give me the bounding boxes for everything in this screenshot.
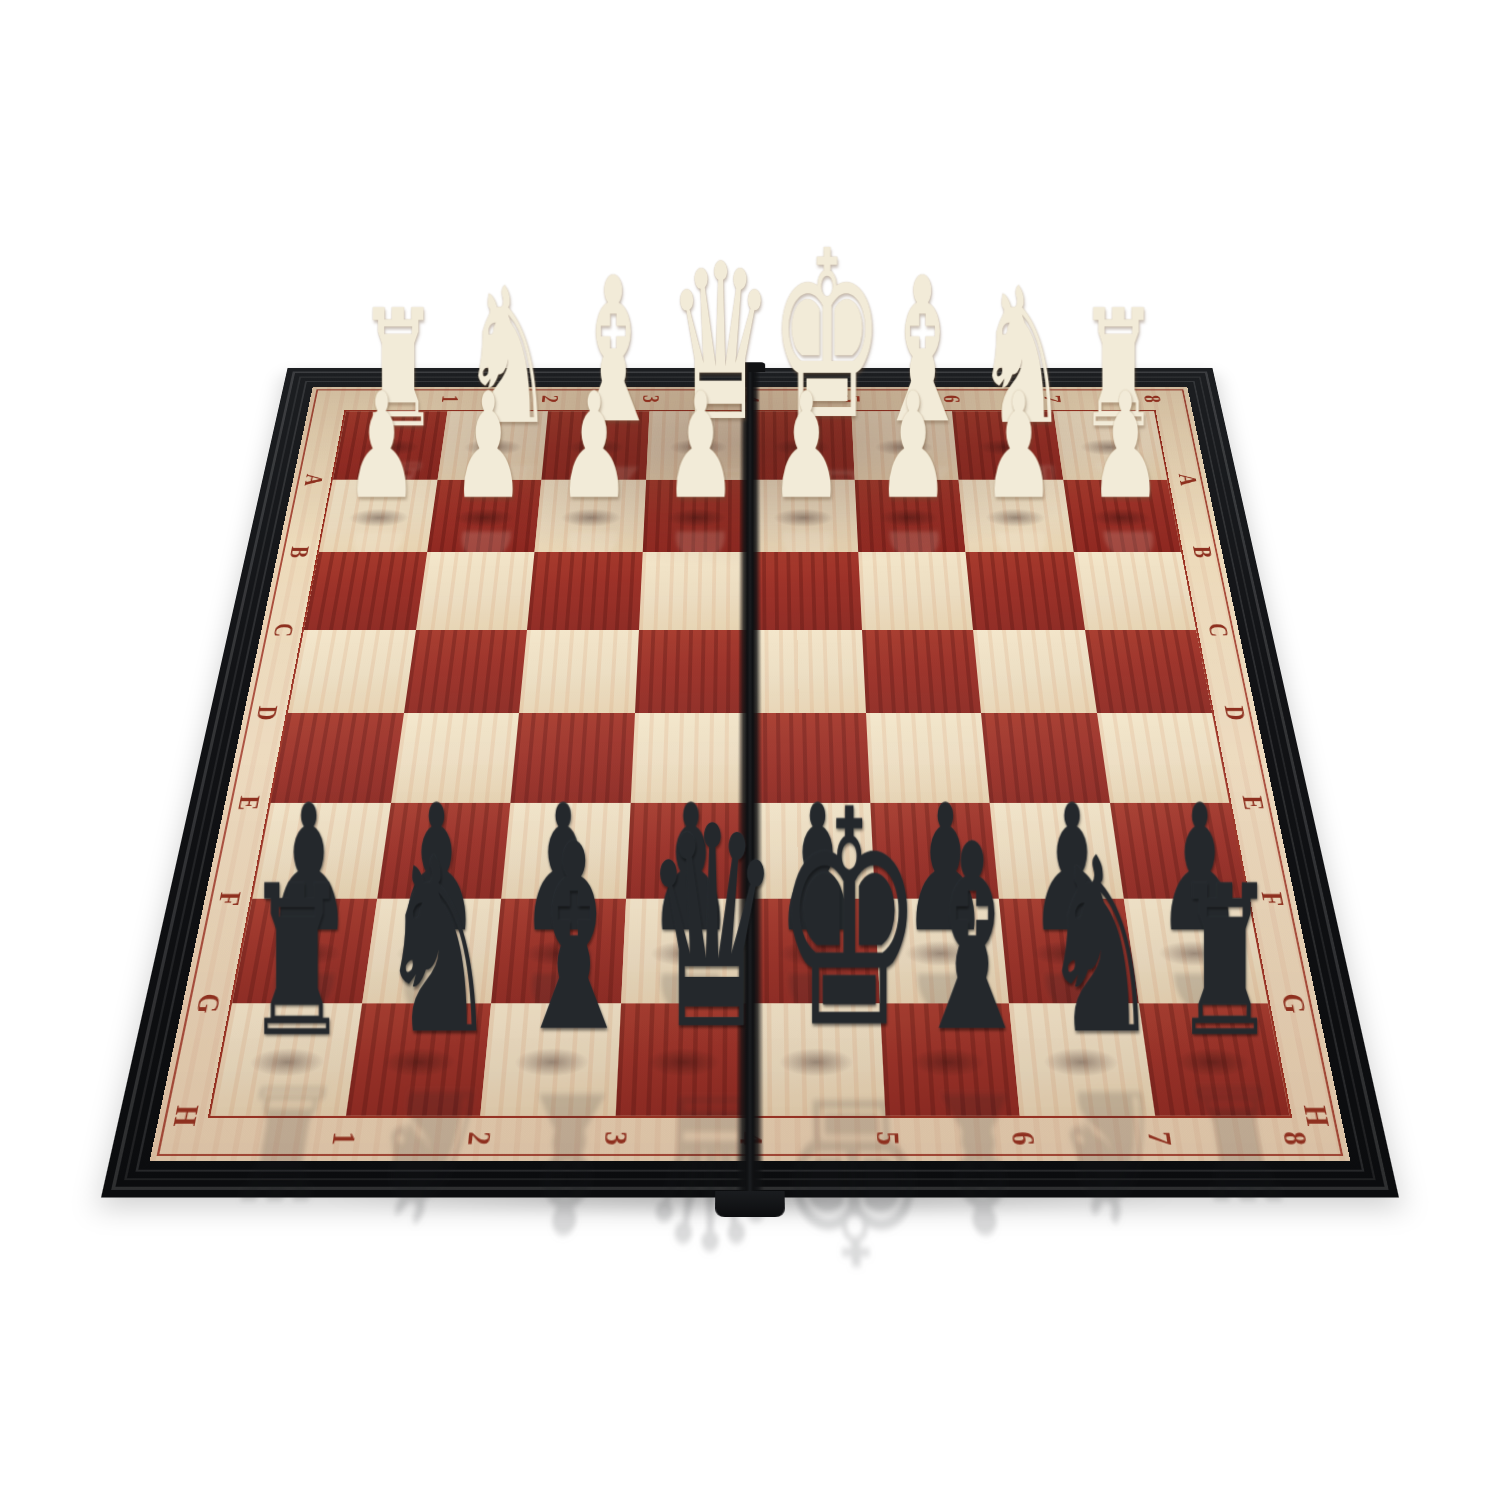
- square-H3: ♝♝: [480, 1003, 620, 1116]
- black-knight-H7: ♞: [1040, 826, 1122, 1068]
- black-queen-H4: ♛: [643, 791, 725, 1069]
- square-D1: [288, 630, 416, 713]
- label-top-7: 7: [1037, 395, 1065, 403]
- photo-scene: ♜♜♞♞♝♝♛♛♚♚♝♝♞♞♜♜♟♟♟♟♟♟♟♟♟♟♟♟♟♟♟♟♟♟♟♟♟♟♟♟…: [0, 0, 1500, 1500]
- white-pawn-B4: ♟: [664, 373, 730, 519]
- black-king-H5: ♚: [775, 771, 857, 1069]
- square-C6: [858, 552, 973, 630]
- label-left-B: B: [283, 546, 314, 558]
- square-B7: ♟♟: [959, 479, 1074, 552]
- square-B2: ♟♟: [427, 479, 542, 552]
- label-top-4: 4: [737, 395, 764, 403]
- square-D8: [1084, 630, 1212, 713]
- square-D7: [973, 630, 1097, 713]
- square-C5: [750, 552, 861, 630]
- square-C4: [639, 552, 750, 630]
- label-top-2: 2: [535, 395, 563, 403]
- piece-reflection: ♝: [493, 1066, 592, 1259]
- label-left-C: C: [266, 623, 299, 637]
- label-right-C: C: [1201, 623, 1234, 637]
- black-rook-H8: ♜: [1173, 858, 1255, 1066]
- square-D5: [750, 630, 866, 713]
- label-left-A: A: [298, 474, 328, 486]
- square-B1: ♟♟: [319, 479, 437, 552]
- label-top-8: 8: [1137, 395, 1165, 403]
- latch-clasp: [715, 1191, 785, 1217]
- square-C2: [416, 552, 535, 630]
- label-top-5: 5: [837, 395, 864, 403]
- square-C7: [966, 552, 1085, 630]
- square-H8: ♜♜: [1138, 1003, 1289, 1116]
- square-B6: ♟♟: [854, 479, 965, 552]
- black-bishop-H3: ♝: [510, 811, 592, 1068]
- piece-reflection: ♛: [634, 1067, 724, 1277]
- chess-board: ♜♜♞♞♝♝♛♛♚♚♝♝♞♞♜♜♟♟♟♟♟♟♟♟♟♟♟♟♟♟♟♟♟♟♟♟♟♟♟♟…: [101, 368, 1399, 1198]
- white-pawn-B6: ♟: [876, 373, 942, 519]
- label-right-A: A: [1172, 474, 1202, 486]
- square-H1: ♜♜: [211, 1003, 362, 1116]
- label-top-1: 1: [435, 395, 463, 403]
- square-B5: ♟♟: [750, 479, 858, 552]
- black-rook-H1: ♜: [245, 858, 327, 1066]
- square-B3: ♟♟: [534, 479, 645, 552]
- square-D2: [404, 630, 528, 713]
- square-C1: [304, 552, 427, 630]
- square-B4: ♟♟: [642, 479, 750, 552]
- white-pawn-B5: ♟: [770, 373, 836, 519]
- square-D4: [635, 630, 751, 713]
- label-top-6: 6: [937, 395, 965, 403]
- black-knight-H2: ♞: [378, 826, 460, 1068]
- square-C8: [1073, 552, 1196, 630]
- square-C3: [527, 552, 642, 630]
- piece-reflection: ♝: [908, 1066, 1007, 1259]
- square-D3: [519, 630, 639, 713]
- white-pawn-B3: ♟: [558, 373, 624, 519]
- label-right-B: B: [1186, 546, 1217, 558]
- label-top-3: 3: [636, 395, 663, 403]
- white-pawn-B1: ♟: [345, 373, 411, 519]
- square-H2: ♞♞: [345, 1003, 491, 1116]
- piece-reflection: ♚: [775, 1067, 866, 1294]
- square-B8: ♟♟: [1063, 479, 1181, 552]
- square-D6: [861, 630, 981, 713]
